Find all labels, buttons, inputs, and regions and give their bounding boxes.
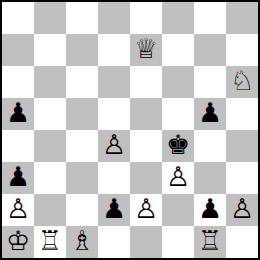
square-a2[interactable]: ♙ xyxy=(2,194,34,226)
black-king: ♚ xyxy=(166,130,190,161)
white-rook: ♖ xyxy=(198,226,222,257)
square-b3[interactable] xyxy=(34,162,66,194)
black-pawn: ♟ xyxy=(6,98,30,129)
white-pawn: ♙ xyxy=(166,162,190,193)
white-pawn: ♙ xyxy=(134,194,158,225)
square-c1[interactable]: ♗ xyxy=(66,226,98,258)
square-d2[interactable]: ♟ xyxy=(98,194,130,226)
white-bishop: ♗ xyxy=(70,226,94,257)
square-d8[interactable] xyxy=(98,2,130,34)
black-pawn: ♟ xyxy=(198,98,222,129)
square-d7[interactable] xyxy=(98,34,130,66)
square-h8[interactable] xyxy=(226,2,258,34)
square-e6[interactable] xyxy=(130,66,162,98)
square-b8[interactable] xyxy=(34,2,66,34)
square-h7[interactable] xyxy=(226,34,258,66)
square-h5[interactable] xyxy=(226,98,258,130)
white-pawn: ♙ xyxy=(102,130,126,161)
square-g5[interactable]: ♟ xyxy=(194,98,226,130)
square-d3[interactable] xyxy=(98,162,130,194)
black-pawn: ♟ xyxy=(6,162,30,193)
chess-board: ♕♘♟♟♙♚♟♙♙♟♙♟♙♔♖♗♖ xyxy=(2,2,258,258)
square-e1[interactable] xyxy=(130,226,162,258)
white-king: ♔ xyxy=(6,226,30,257)
square-f5[interactable] xyxy=(162,98,194,130)
square-c4[interactable] xyxy=(66,130,98,162)
square-g6[interactable] xyxy=(194,66,226,98)
square-g2[interactable]: ♟ xyxy=(194,194,226,226)
square-b6[interactable] xyxy=(34,66,66,98)
square-b7[interactable] xyxy=(34,34,66,66)
square-a1[interactable]: ♔ xyxy=(2,226,34,258)
square-e5[interactable] xyxy=(130,98,162,130)
square-b2[interactable] xyxy=(34,194,66,226)
square-h4[interactable] xyxy=(226,130,258,162)
square-c5[interactable] xyxy=(66,98,98,130)
square-f3[interactable]: ♙ xyxy=(162,162,194,194)
square-c7[interactable] xyxy=(66,34,98,66)
white-pawn: ♙ xyxy=(230,194,254,225)
square-f7[interactable] xyxy=(162,34,194,66)
white-queen: ♕ xyxy=(134,34,158,65)
square-a6[interactable] xyxy=(2,66,34,98)
white-knight: ♘ xyxy=(230,66,254,97)
square-e8[interactable] xyxy=(130,2,162,34)
square-e2[interactable]: ♙ xyxy=(130,194,162,226)
square-e3[interactable] xyxy=(130,162,162,194)
square-g4[interactable] xyxy=(194,130,226,162)
black-pawn: ♟ xyxy=(198,194,222,225)
square-h6[interactable]: ♘ xyxy=(226,66,258,98)
square-b5[interactable] xyxy=(34,98,66,130)
white-rook: ♖ xyxy=(38,226,62,257)
square-f4[interactable]: ♚ xyxy=(162,130,194,162)
square-f8[interactable] xyxy=(162,2,194,34)
square-c6[interactable] xyxy=(66,66,98,98)
square-a4[interactable] xyxy=(2,130,34,162)
square-h1[interactable] xyxy=(226,226,258,258)
square-d5[interactable] xyxy=(98,98,130,130)
square-a3[interactable]: ♟ xyxy=(2,162,34,194)
square-g8[interactable] xyxy=(194,2,226,34)
white-pawn: ♙ xyxy=(6,194,30,225)
square-a7[interactable] xyxy=(2,34,34,66)
square-b4[interactable] xyxy=(34,130,66,162)
square-d6[interactable] xyxy=(98,66,130,98)
square-g1[interactable]: ♖ xyxy=(194,226,226,258)
square-d1[interactable] xyxy=(98,226,130,258)
square-f1[interactable] xyxy=(162,226,194,258)
black-pawn: ♟ xyxy=(102,194,126,225)
square-h2[interactable]: ♙ xyxy=(226,194,258,226)
chess-board-frame: ♕♘♟♟♙♚♟♙♙♟♙♟♙♔♖♗♖ xyxy=(0,0,260,260)
square-c2[interactable] xyxy=(66,194,98,226)
square-g7[interactable] xyxy=(194,34,226,66)
square-e4[interactable] xyxy=(130,130,162,162)
square-d4[interactable]: ♙ xyxy=(98,130,130,162)
square-g3[interactable] xyxy=(194,162,226,194)
square-b1[interactable]: ♖ xyxy=(34,226,66,258)
square-f2[interactable] xyxy=(162,194,194,226)
square-h3[interactable] xyxy=(226,162,258,194)
square-c8[interactable] xyxy=(66,2,98,34)
square-a5[interactable]: ♟ xyxy=(2,98,34,130)
square-c3[interactable] xyxy=(66,162,98,194)
square-f6[interactable] xyxy=(162,66,194,98)
square-e7[interactable]: ♕ xyxy=(130,34,162,66)
square-a8[interactable] xyxy=(2,2,34,34)
